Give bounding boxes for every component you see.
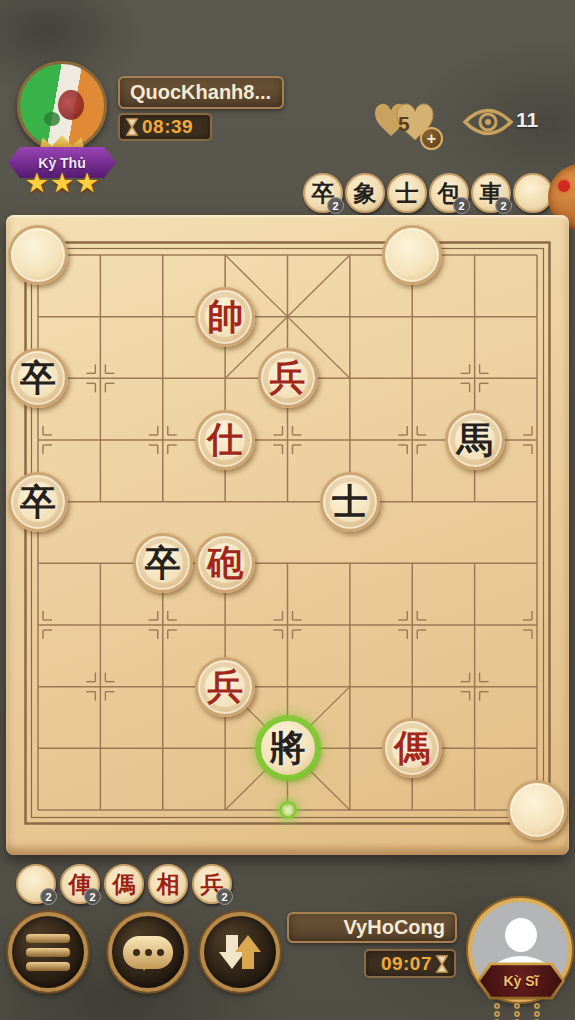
captured-piece-包: 包2: [429, 173, 469, 213]
top-player-nameplate: QuocKhanh8...: [118, 76, 284, 109]
captured-tray-bottom: 2俥2傌相兵2: [16, 864, 232, 904]
captured-tray-top: 卒2象士包2車2: [303, 173, 553, 213]
top-player-stars: ★★★: [22, 166, 102, 200]
captured-count-badge: 2: [216, 888, 233, 905]
hamburger-icon: [26, 962, 70, 971]
last-move-marker: [279, 801, 297, 819]
piece-character: 馬: [457, 422, 493, 458]
piece-兵[interactable]: 兵: [258, 348, 318, 408]
piece-兵[interactable]: 兵: [195, 657, 255, 717]
captured-piece-士: 士: [387, 173, 427, 213]
plus-icon: +: [427, 130, 436, 148]
piece-character: 兵: [270, 360, 306, 396]
piece-卒[interactable]: 卒: [133, 533, 193, 593]
captured-count-badge: 2: [495, 197, 512, 214]
eye-icon: [462, 105, 514, 139]
swap-arrows-icon: [217, 930, 263, 974]
piece-仕[interactable]: 仕: [195, 410, 255, 470]
captured-count-badge: 2: [327, 197, 344, 214]
bottom-player-nameplate: VyHoCong: [287, 912, 457, 943]
star-icon: ★: [25, 166, 49, 200]
piece-卒[interactable]: 卒: [8, 472, 68, 532]
piece-character: 將: [270, 730, 306, 766]
top-player-name: QuocKhanh8...: [130, 81, 271, 104]
bottom-player-timer: 09:07: [364, 949, 456, 978]
piece-士[interactable]: 士: [320, 472, 380, 532]
top-player-timer: 08:39: [118, 113, 212, 141]
swap-button[interactable]: [200, 912, 280, 992]
piece-blank[interactable]: [382, 225, 442, 285]
captured-piece-兵: 兵2: [192, 864, 232, 904]
star-icon: ★: [75, 166, 99, 200]
speech-bubble-icon: [123, 936, 173, 969]
hourglass-icon: [435, 954, 449, 974]
piece-馬[interactable]: 馬: [445, 410, 505, 470]
hourglass-icon: [125, 117, 139, 137]
captured-count-badge: 2: [84, 888, 101, 905]
bottom-player-rank: Kỳ Sĩ: [503, 973, 538, 989]
likes-count: 5: [398, 112, 410, 136]
star-icon: ★: [50, 166, 74, 200]
badge-chain-ornament: [514, 1003, 520, 1020]
bottom-player-clock: 09:07: [381, 953, 432, 975]
piece-將[interactable]: 將: [258, 718, 318, 778]
badge-chain-ornament: [494, 1003, 500, 1020]
menu-button[interactable]: [8, 912, 88, 992]
piece-character: 仕: [207, 422, 243, 458]
piece-character: 砲: [207, 545, 243, 581]
captured-count-badge: 2: [40, 888, 57, 905]
avatar-art: [44, 112, 60, 126]
badge-chain-ornament: [534, 1003, 540, 1020]
captured-piece-卒: 卒2: [303, 173, 343, 213]
piece-blank[interactable]: [8, 225, 68, 285]
piece-帥[interactable]: 帥: [195, 287, 255, 347]
spectators-count: 11: [516, 108, 538, 132]
captured-count-badge: 2: [453, 197, 470, 214]
piece-character: 帥: [207, 299, 243, 335]
avatar-art: [58, 90, 84, 120]
piece-character: 士: [332, 484, 368, 520]
top-player-clock: 08:39: [142, 116, 193, 138]
person-silhouette-icon: [505, 918, 537, 952]
hamburger-icon: [26, 948, 70, 957]
captured-piece-傌: 傌: [104, 864, 144, 904]
piece-character: 卒: [145, 545, 181, 581]
captured-piece-blank: [513, 173, 553, 213]
piece-blank[interactable]: [507, 780, 567, 840]
bottom-player-rank-badge: Kỳ Sĩ: [477, 960, 565, 1002]
chat-button[interactable]: [108, 912, 188, 992]
captured-piece-車: 車2: [471, 173, 511, 213]
captured-piece-象: 象: [345, 173, 385, 213]
piece-character: 傌: [394, 730, 430, 766]
piece-character: 兵: [207, 669, 243, 705]
xiangqi-board[interactable]: 帥卒兵仕馬卒士卒砲兵將傌: [6, 215, 569, 855]
captured-piece-相: 相: [148, 864, 188, 904]
captured-piece-俥: 俥2: [60, 864, 100, 904]
piece-卒[interactable]: 卒: [8, 348, 68, 408]
bottom-player-name: VyHoCong: [344, 916, 445, 939]
hamburger-icon: [26, 934, 70, 943]
captured-piece-blank: 2: [16, 864, 56, 904]
piece-character: 卒: [20, 484, 56, 520]
notification-dot: [558, 180, 570, 192]
add-like-button[interactable]: +: [420, 127, 443, 150]
piece-character: 卒: [20, 360, 56, 396]
